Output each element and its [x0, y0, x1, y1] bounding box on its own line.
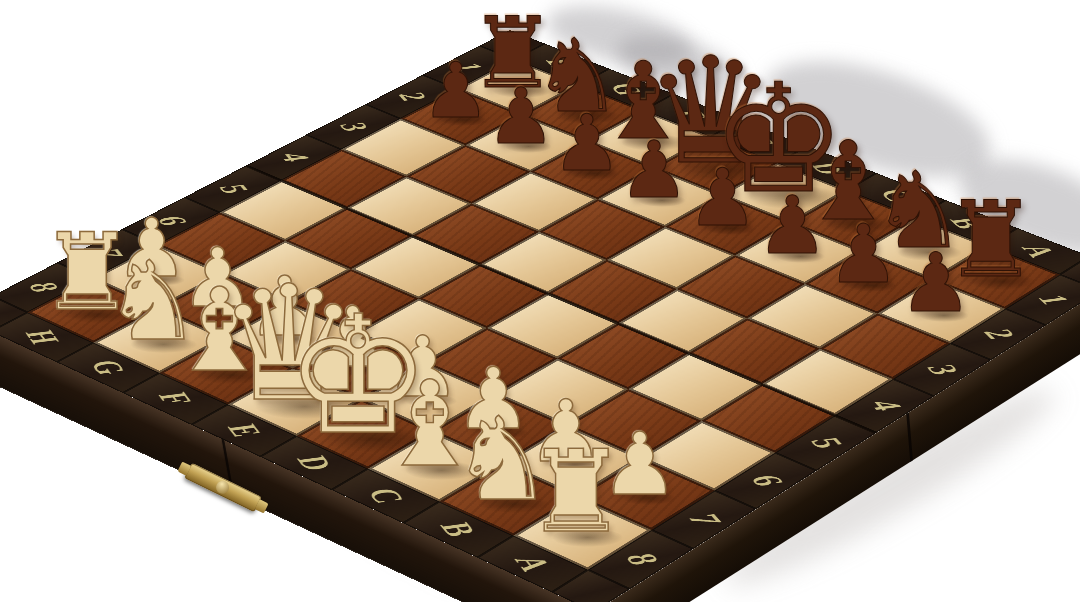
- pieces-layer: ♜♞♝♚♛♝♞♜♟♟♟♟♟♟♟♟♟♟♟♟♟♟♟♟♜♞♝♚♛♝♞♜: [0, 0, 1080, 602]
- piece-dark-pawn-f2: ♟: [552, 104, 622, 182]
- piece-dark-pawn-e2: ♟: [619, 131, 689, 210]
- piece-dark-pawn-g2: ♟: [486, 78, 555, 155]
- piece-dark-pawn-b2: ♟: [827, 214, 899, 295]
- piece-light-rook-a8: ♜: [525, 436, 627, 550]
- clasp-knob: [214, 479, 231, 496]
- piece-dark-pawn-a2: ♟: [899, 243, 972, 324]
- product-photo-stage: HGFEDCBA1122334455667788HGFEDCBA ♜♞♝♚♛♝♞…: [0, 0, 1080, 602]
- piece-dark-pawn-h2: ♟: [422, 52, 491, 128]
- piece-dark-pawn-d2: ♟: [687, 158, 758, 237]
- piece-dark-pawn-c2: ♟: [757, 186, 829, 266]
